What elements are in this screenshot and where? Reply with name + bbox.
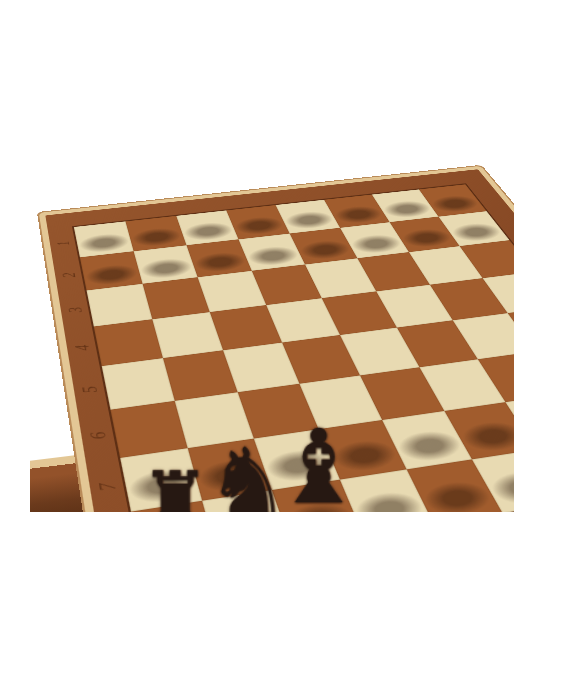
product-photo: HGFEDCBA12345678♜♞♝♚♛♝♞♜♟♟♟♟♟♟♟♟♟♟♟♟♟♟♟♟… — [30, 140, 514, 512]
white-pawn-glyph: ♟ — [90, 225, 133, 273]
white-pawn-glyph: ♟ — [304, 202, 346, 249]
white-pawn-glyph: ♟ — [145, 220, 188, 268]
black-rook-glyph: ♜ — [139, 461, 211, 512]
white-pawn-glyph: ♟ — [455, 186, 496, 231]
black-knight-glyph: ♞ — [206, 436, 290, 512]
white-pawn-glyph: ♟ — [252, 208, 294, 255]
white-pawn-glyph: ♟ — [406, 191, 447, 237]
chess-board: HGFEDCBA12345678♜♞♝♚♛♝♞♜♟♟♟♟♟♟♟♟♟♟♟♟♟♟♟♟… — [45, 169, 514, 512]
white-pawn-glyph: ♟ — [199, 214, 241, 261]
white-pawn-glyph: ♟ — [355, 197, 396, 243]
perspective-world: HGFEDCBA12345678♜♞♝♚♛♝♞♜♟♟♟♟♟♟♟♟♟♟♟♟♟♟♟♟… — [30, 140, 514, 512]
